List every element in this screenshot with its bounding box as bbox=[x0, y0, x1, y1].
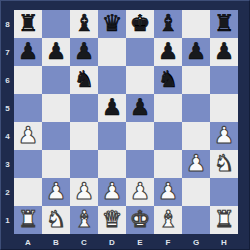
square-f5[interactable] bbox=[154, 94, 182, 122]
square-g3[interactable]: ♟ bbox=[182, 150, 210, 178]
square-a4[interactable]: ♟ bbox=[14, 122, 42, 150]
piece-white-rook[interactable]: ♜ bbox=[18, 205, 39, 233]
square-g6[interactable] bbox=[182, 66, 210, 94]
square-b2[interactable]: ♟ bbox=[42, 178, 70, 206]
piece-black-queen[interactable]: ♛ bbox=[102, 9, 123, 37]
rank-label-3: 3 bbox=[1, 150, 14, 178]
piece-black-pawn[interactable]: ♟ bbox=[74, 37, 95, 65]
square-d8[interactable]: ♛ bbox=[98, 10, 126, 38]
square-f7[interactable]: ♟ bbox=[154, 38, 182, 66]
square-h4[interactable]: ♟ bbox=[210, 122, 238, 150]
square-a1[interactable]: ♜ bbox=[14, 206, 42, 234]
square-c5[interactable] bbox=[70, 94, 98, 122]
chess-board-window: 87654321 ♜♝♛♚♝♜♟♟♟♟♟♟♞♞♟♟♟♟♟♞♟♟♟♟♟♜♞♝♛♚♝… bbox=[0, 0, 250, 250]
square-c1[interactable]: ♝ bbox=[70, 206, 98, 234]
piece-white-knight[interactable]: ♞ bbox=[214, 149, 235, 177]
square-d5[interactable]: ♟ bbox=[98, 94, 126, 122]
square-h8[interactable]: ♜ bbox=[210, 10, 238, 38]
rank-label-4: 4 bbox=[1, 122, 14, 150]
file-label-f: F bbox=[154, 234, 182, 250]
piece-white-pawn[interactable]: ♟ bbox=[186, 149, 207, 177]
square-d4[interactable] bbox=[98, 122, 126, 150]
piece-white-pawn[interactable]: ♟ bbox=[46, 177, 67, 205]
rank-label-2: 2 bbox=[1, 178, 14, 206]
rank-label-6: 6 bbox=[1, 66, 14, 94]
piece-black-knight[interactable]: ♞ bbox=[74, 65, 95, 93]
square-g2[interactable] bbox=[182, 178, 210, 206]
piece-black-pawn[interactable]: ♟ bbox=[102, 93, 123, 121]
chess-board: ♜♝♛♚♝♜♟♟♟♟♟♟♞♞♟♟♟♟♟♞♟♟♟♟♟♜♞♝♛♚♝♜ bbox=[14, 10, 238, 234]
square-e7[interactable] bbox=[126, 38, 154, 66]
square-g5[interactable] bbox=[182, 94, 210, 122]
rank-label-7: 7 bbox=[1, 38, 14, 66]
piece-white-bishop[interactable]: ♝ bbox=[74, 205, 95, 233]
piece-black-pawn[interactable]: ♟ bbox=[18, 37, 39, 65]
piece-white-knight[interactable]: ♞ bbox=[46, 205, 67, 233]
piece-black-rook[interactable]: ♜ bbox=[214, 9, 235, 37]
square-h5[interactable] bbox=[210, 94, 238, 122]
piece-white-pawn[interactable]: ♟ bbox=[158, 177, 179, 205]
square-d1[interactable]: ♛ bbox=[98, 206, 126, 234]
square-a8[interactable]: ♜ bbox=[14, 10, 42, 38]
piece-white-pawn[interactable]: ♟ bbox=[74, 177, 95, 205]
file-label-h: H bbox=[210, 234, 238, 250]
rank-label-5: 5 bbox=[1, 94, 14, 122]
square-e1[interactable]: ♚ bbox=[126, 206, 154, 234]
square-d3[interactable] bbox=[98, 150, 126, 178]
piece-white-rook[interactable]: ♜ bbox=[214, 205, 235, 233]
square-g1[interactable] bbox=[182, 206, 210, 234]
piece-black-pawn[interactable]: ♟ bbox=[186, 37, 207, 65]
square-b3[interactable] bbox=[42, 150, 70, 178]
square-f2[interactable]: ♟ bbox=[154, 178, 182, 206]
file-label-a: A bbox=[14, 234, 42, 250]
square-g4[interactable] bbox=[182, 122, 210, 150]
rank-label-8: 8 bbox=[1, 10, 14, 38]
piece-black-rook[interactable]: ♜ bbox=[18, 9, 39, 37]
square-e8[interactable]: ♚ bbox=[126, 10, 154, 38]
square-g7[interactable]: ♟ bbox=[182, 38, 210, 66]
square-d6[interactable] bbox=[98, 66, 126, 94]
square-c4[interactable] bbox=[70, 122, 98, 150]
square-a2[interactable] bbox=[14, 178, 42, 206]
square-d2[interactable]: ♟ bbox=[98, 178, 126, 206]
rank-label-1: 1 bbox=[1, 206, 14, 234]
square-e2[interactable]: ♟ bbox=[126, 178, 154, 206]
square-f6[interactable]: ♞ bbox=[154, 66, 182, 94]
square-c7[interactable]: ♟ bbox=[70, 38, 98, 66]
square-b7[interactable]: ♟ bbox=[42, 38, 70, 66]
square-f8[interactable]: ♝ bbox=[154, 10, 182, 38]
file-label-g: G bbox=[182, 234, 210, 250]
square-f4[interactable] bbox=[154, 122, 182, 150]
piece-white-pawn[interactable]: ♟ bbox=[214, 121, 235, 149]
rank-labels: 87654321 bbox=[1, 10, 14, 234]
piece-white-pawn[interactable]: ♟ bbox=[18, 121, 39, 149]
square-e5[interactable]: ♟ bbox=[126, 94, 154, 122]
square-f1[interactable]: ♝ bbox=[154, 206, 182, 234]
square-c6[interactable]: ♞ bbox=[70, 66, 98, 94]
square-a5[interactable] bbox=[14, 94, 42, 122]
square-b1[interactable]: ♞ bbox=[42, 206, 70, 234]
square-h2[interactable] bbox=[210, 178, 238, 206]
piece-black-bishop[interactable]: ♝ bbox=[158, 9, 179, 37]
piece-black-pawn[interactable]: ♟ bbox=[158, 37, 179, 65]
piece-black-pawn[interactable]: ♟ bbox=[214, 37, 235, 65]
square-a7[interactable]: ♟ bbox=[14, 38, 42, 66]
square-a3[interactable] bbox=[14, 150, 42, 178]
square-h3[interactable]: ♞ bbox=[210, 150, 238, 178]
square-g8[interactable] bbox=[182, 10, 210, 38]
square-d7[interactable] bbox=[98, 38, 126, 66]
piece-black-pawn[interactable]: ♟ bbox=[130, 93, 151, 121]
file-label-b: B bbox=[42, 234, 70, 250]
square-c3[interactable] bbox=[70, 150, 98, 178]
square-a6[interactable] bbox=[14, 66, 42, 94]
square-f3[interactable] bbox=[154, 150, 182, 178]
square-e6[interactable] bbox=[126, 66, 154, 94]
file-labels: ABCDEFGH bbox=[14, 234, 238, 250]
file-label-d: D bbox=[98, 234, 126, 250]
piece-white-pawn[interactable]: ♟ bbox=[102, 177, 123, 205]
piece-white-pawn[interactable]: ♟ bbox=[130, 177, 151, 205]
square-b8[interactable] bbox=[42, 10, 70, 38]
square-h6[interactable] bbox=[210, 66, 238, 94]
piece-black-king[interactable]: ♚ bbox=[130, 9, 151, 37]
square-c8[interactable]: ♝ bbox=[70, 10, 98, 38]
square-e4[interactable] bbox=[126, 122, 154, 150]
piece-black-pawn[interactable]: ♟ bbox=[46, 37, 67, 65]
square-b5[interactable] bbox=[42, 94, 70, 122]
file-label-c: C bbox=[70, 234, 98, 250]
piece-black-bishop[interactable]: ♝ bbox=[74, 9, 95, 37]
square-c2[interactable]: ♟ bbox=[70, 178, 98, 206]
square-h7[interactable]: ♟ bbox=[210, 38, 238, 66]
piece-black-knight[interactable]: ♞ bbox=[158, 65, 179, 93]
file-label-e: E bbox=[126, 234, 154, 250]
square-b4[interactable] bbox=[42, 122, 70, 150]
square-b6[interactable] bbox=[42, 66, 70, 94]
square-e3[interactable] bbox=[126, 150, 154, 178]
piece-white-bishop[interactable]: ♝ bbox=[158, 205, 179, 233]
piece-white-king[interactable]: ♚ bbox=[130, 205, 151, 233]
square-h1[interactable]: ♜ bbox=[210, 206, 238, 234]
piece-white-queen[interactable]: ♛ bbox=[102, 205, 123, 233]
